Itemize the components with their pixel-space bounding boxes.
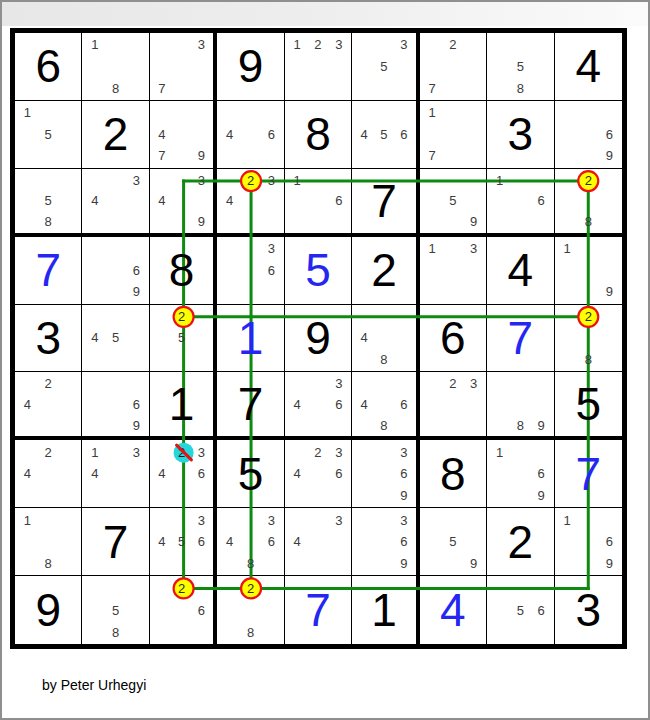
candidate-7 [557,552,578,574]
candidate-8 [105,349,126,371]
candidate-9: 9 [463,552,484,574]
candidate-grid: 25 [150,305,213,372]
candidate-3 [463,34,484,56]
cell-r1c7[interactable]: 27 [420,33,487,101]
candidate-3: 3 [328,509,349,531]
candidate-9 [126,211,147,232]
candidate-3: 3 [192,441,212,463]
cell-r2c5[interactable]: 8 [285,101,352,169]
candidate-7: 7 [422,77,443,99]
candidate-8 [308,415,329,436]
candidate-5 [578,259,599,281]
candidate-8: 8 [38,211,59,232]
cell-r2c7[interactable]: 17 [420,101,487,169]
cell-r2c8[interactable]: 3 [487,101,554,169]
candidate-4 [17,190,38,211]
candidate-1 [354,34,374,56]
candidate-6 [463,394,484,415]
candidate-8 [510,485,531,507]
cell-r2c4[interactable]: 46 [217,101,284,169]
cell-r7c3[interactable]: 2346 [150,440,217,508]
candidate-5 [308,531,329,553]
candidate-8: 8 [38,552,59,574]
candidate-5 [240,531,261,553]
candidate-6: 6 [192,463,212,485]
candidate-4 [557,327,578,349]
candidate-6: 6 [126,394,147,415]
cell-r7c6[interactable]: 369 [352,440,419,508]
cell-r6c8[interactable]: 89 [487,372,554,440]
candidate-6: 6 [394,124,414,146]
candidate-4 [219,599,240,621]
given-digit: 3 [487,101,553,168]
cell-r2c2[interactable]: 2 [82,101,149,169]
candidate-grid: 123 [285,33,351,100]
cell-r8c2[interactable]: 7 [82,508,149,576]
candidate-6 [599,259,620,281]
given-digit: 9 [217,33,283,100]
cell-r7c5[interactable]: 2346 [285,440,352,508]
candidate-4: 4 [17,394,38,415]
candidate-5: 5 [172,531,192,553]
candidate-6 [463,56,484,78]
candidate-3: 3 [394,509,414,531]
candidate-5 [105,56,126,78]
candidate-2 [374,34,394,56]
candidate-6 [531,56,552,78]
candidate-6 [126,327,147,349]
candidate-6 [328,531,349,553]
candidate-5 [172,599,192,621]
candidate-7 [287,77,308,99]
candidate-1 [354,441,374,463]
candidate-4 [287,56,308,78]
candidate-grid: 479 [150,101,213,168]
cell-r5c4[interactable]: 1 [217,305,284,373]
candidate-2 [240,238,261,260]
candidate-3 [126,34,147,56]
candidate-3 [126,577,147,599]
cell-r3c9[interactable]: 28 [555,169,622,237]
cell-r6c1[interactable]: 24 [15,372,82,440]
candidate-8 [105,281,126,303]
sudoku-board[interactable]: 6183791233527584152479468456173695834349… [10,28,627,649]
candidate-7 [84,77,105,99]
cell-r5c6[interactable]: 48 [352,305,419,373]
candidate-3 [463,102,484,124]
cell-r3c4[interactable]: 234 [217,169,284,237]
candidate-grid: 34 [82,169,148,233]
candidate-7 [422,211,443,232]
candidate-9 [394,415,414,436]
cell-r4c6[interactable]: 2 [352,237,419,305]
candidate-4 [557,259,578,281]
cell-r6c7[interactable]: 23 [420,372,487,440]
candidate-grid: 456 [352,101,415,168]
cell-r4c3[interactable]: 8 [150,237,217,305]
candidate-7 [17,415,38,436]
cell-r3c5[interactable]: 16 [285,169,352,237]
candidate-5 [172,56,192,78]
candidate-6 [59,463,80,485]
cell-r8c7[interactable]: 59 [420,508,487,576]
candidate-2 [172,509,192,531]
cell-r8c9[interactable]: 169 [555,508,622,576]
candidate-grid: 69 [82,372,148,436]
candidate-grid: 234 [217,169,283,233]
candidate-9 [463,415,484,436]
candidate-4 [354,463,374,485]
candidate-2 [510,577,531,599]
cell-r6c3[interactable]: 1 [150,372,217,440]
candidate-3 [463,170,484,191]
candidate-6 [328,56,349,78]
candidate-8 [374,485,394,507]
candidate-grid: 18 [15,508,81,575]
candidate-7 [219,621,240,643]
candidate-6 [192,327,212,349]
candidate-8 [240,281,261,303]
cell-r8c5[interactable]: 34 [285,508,352,576]
candidate-2: 2 [578,170,599,191]
candidate-9 [59,552,80,574]
candidate-8 [442,552,463,574]
cell-r2c3[interactable]: 479 [150,101,217,169]
candidate-7 [84,485,105,507]
candidate-grid: 59 [420,169,486,233]
cell-r7c2[interactable]: 134 [82,440,149,508]
candidate-5 [105,259,126,281]
cell-r4c9[interactable]: 19 [555,237,622,305]
candidate-grid: 23 [420,372,486,436]
candidate-3 [59,441,80,463]
given-digit: 3 [15,305,81,372]
candidate-grid: 3456 [150,508,213,575]
cell-r3c2[interactable]: 34 [82,169,149,237]
candidate-5 [240,124,261,146]
candidate-1 [354,373,374,394]
cell-r1c8[interactable]: 58 [487,33,554,101]
cell-r9c7[interactable]: 4 [420,576,487,644]
candidate-5 [374,463,394,485]
candidate-1 [422,509,443,531]
candidate-7: 7 [152,145,172,167]
candidate-9 [463,77,484,99]
candidate-1: 1 [489,441,510,463]
cell-r1c9[interactable]: 4 [555,33,622,101]
candidate-2 [374,509,394,531]
cell-r7c1[interactable]: 24 [15,440,82,508]
cell-r4c8[interactable]: 4 [487,237,554,305]
candidate-2 [38,102,59,124]
candidate-4 [422,531,443,553]
candidate-4 [354,56,374,78]
candidate-9 [261,621,282,643]
candidate-5 [578,124,599,146]
candidate-2 [510,170,531,191]
candidate-3 [463,509,484,531]
candidate-5 [510,463,531,485]
cell-r6c9[interactable]: 5 [555,372,622,440]
candidate-8 [442,415,463,436]
candidate-grid: 34 [285,508,351,575]
candidate-5 [172,463,192,485]
candidate-grid: 28 [555,305,622,372]
candidate-8 [308,552,329,574]
cell-r3c8[interactable]: 16 [487,169,554,237]
candidate-9 [463,145,484,167]
cell-r1c4[interactable]: 9 [217,33,284,101]
cell-r9c4[interactable]: 28 [217,576,284,644]
candidate-6 [599,327,620,349]
candidate-grid: 69 [555,101,622,168]
candidate-8 [38,415,59,436]
cell-r6c4[interactable]: 7 [217,372,284,440]
cell-r4c7[interactable]: 13 [420,237,487,305]
candidate-2 [308,509,329,531]
candidate-6: 6 [599,531,620,553]
candidate-2 [442,170,463,191]
candidate-2 [374,102,394,124]
candidate-9 [328,485,349,507]
candidate-3: 3 [192,34,212,56]
cell-r4c5[interactable]: 5 [285,237,352,305]
given-digit: 7 [82,508,148,575]
candidate-1 [84,170,105,191]
candidate-2 [442,238,463,260]
candidate-grid: 59 [420,508,486,575]
cell-r5c2[interactable]: 45 [82,305,149,373]
candidate-2 [442,509,463,531]
candidate-8 [374,552,394,574]
candidate-9 [531,77,552,99]
cell-r4c2[interactable]: 69 [82,237,149,305]
candidate-4: 4 [152,190,172,211]
candidate-6 [599,190,620,211]
candidate-2 [374,373,394,394]
candidate-4: 4 [219,190,240,211]
candidate-7 [422,415,443,436]
candidate-2: 2 [308,441,329,463]
candidate-9 [328,77,349,99]
cell-r1c6[interactable]: 35 [352,33,419,101]
candidate-8 [510,621,531,643]
candidate-4 [422,259,443,281]
given-digit: 8 [285,101,351,168]
cell-r7c9[interactable]: 7 [555,440,622,508]
candidate-2 [38,509,59,531]
cell-r8c8[interactable]: 2 [487,508,554,576]
cell-r1c2[interactable]: 18 [82,33,149,101]
candidate-5: 5 [442,190,463,211]
candidate-3 [328,170,349,191]
cell-r3c7[interactable]: 59 [420,169,487,237]
candidate-9 [192,349,212,371]
cell-r6c2[interactable]: 69 [82,372,149,440]
candidate-9 [59,145,80,167]
candidate-9 [328,552,349,574]
cell-r8c6[interactable]: 369 [352,508,419,576]
cell-contents: 6183791233527584152479468456173695834349… [15,33,622,644]
candidate-5 [38,463,59,485]
candidate-7 [354,349,374,371]
cell-r5c5[interactable]: 9 [285,305,352,373]
candidate-9 [59,415,80,436]
cell-r1c3[interactable]: 37 [150,33,217,101]
candidate-7 [17,485,38,507]
candidate-8: 8 [105,621,126,643]
candidate-4 [489,463,510,485]
candidate-2 [510,34,531,56]
candidate-8 [105,485,126,507]
cell-r4c4[interactable]: 36 [217,237,284,305]
candidate-grid: 37 [150,33,213,100]
candidate-1 [152,441,172,463]
cell-r5c3[interactable]: 25 [150,305,217,373]
cell-r1c5[interactable]: 123 [285,33,352,101]
candidate-5 [578,531,599,553]
candidate-4 [84,259,105,281]
cell-r5c8[interactable]: 7 [487,305,554,373]
cell-r9c1[interactable]: 9 [15,576,82,644]
candidate-3 [531,170,552,191]
solved-digit: 7 [487,305,553,372]
given-digit: 2 [82,101,148,168]
candidate-6 [59,531,80,553]
cell-r9c9[interactable]: 3 [555,576,622,644]
candidate-9 [126,77,147,99]
candidate-3 [599,102,620,124]
candidate-8 [442,281,463,303]
candidate-2 [105,306,126,328]
candidate-1 [354,306,374,328]
cell-r9c6[interactable]: 1 [352,576,419,644]
candidate-1 [422,170,443,191]
candidate-grid: 468 [352,372,415,436]
cell-r8c4[interactable]: 3468 [217,508,284,576]
cell-r9c2[interactable]: 58 [82,576,149,644]
candidate-6 [126,190,147,211]
candidate-1 [557,170,578,191]
cell-r7c7[interactable]: 8 [420,440,487,508]
cell-r8c1[interactable]: 18 [15,508,82,576]
candidate-4 [17,531,38,553]
given-digit: 1 [150,372,213,436]
cell-r6c5[interactable]: 346 [285,372,352,440]
candidate-8: 8 [240,621,261,643]
app-window: 6183791233527584152479468456173695834349… [0,0,650,720]
cell-r6c6[interactable]: 468 [352,372,419,440]
candidate-grid: 169 [487,440,553,507]
candidate-2 [105,577,126,599]
candidate-5 [172,124,192,146]
given-digit: 1 [352,576,415,644]
candidate-2: 2 [38,441,59,463]
candidate-4: 4 [287,463,308,485]
cell-r7c4[interactable]: 5 [217,440,284,508]
candidate-4: 4 [219,124,240,146]
cell-r7c8[interactable]: 169 [487,440,554,508]
candidate-6 [126,463,147,485]
candidate-5 [308,394,329,415]
candidate-1: 1 [287,170,308,191]
candidate-2: 2 [172,306,192,328]
candidate-2 [105,238,126,260]
candidate-8: 8 [510,415,531,436]
candidate-9 [463,281,484,303]
candidate-3: 3 [261,509,282,531]
given-digit: 5 [217,440,283,507]
candidate-2 [172,170,192,191]
candidate-1 [152,102,172,124]
candidate-9 [328,211,349,232]
candidate-3: 3 [261,170,282,191]
cell-r9c3[interactable]: 26 [150,576,217,644]
candidate-7 [17,211,38,232]
candidate-9 [261,211,282,232]
candidate-4 [84,56,105,78]
candidate-2 [172,102,192,124]
candidate-grid: 24 [15,372,81,436]
cell-r8c3[interactable]: 3456 [150,508,217,576]
cell-r3c3[interactable]: 349 [150,169,217,237]
candidate-8: 8 [374,415,394,436]
cell-r3c6[interactable]: 7 [352,169,419,237]
candidate-5: 5 [374,124,394,146]
candidate-2 [172,34,192,56]
candidate-1 [219,238,240,260]
candidate-6: 6 [328,394,349,415]
candidate-2: 2 [308,34,329,56]
candidate-3: 3 [328,373,349,394]
candidate-3 [192,102,212,124]
cell-r1c1[interactable]: 6 [15,33,82,101]
cell-r2c9[interactable]: 69 [555,101,622,169]
solved-digit: 4 [420,576,486,644]
candidate-5 [374,394,394,415]
candidate-9: 9 [126,415,147,436]
candidate-7 [219,211,240,232]
candidate-5 [442,259,463,281]
candidate-1: 1 [17,102,38,124]
candidate-5: 5 [374,56,394,78]
candidate-8: 8 [105,77,126,99]
cell-r9c8[interactable]: 56 [487,576,554,644]
candidate-1 [422,373,443,394]
candidate-1: 1 [422,238,443,260]
candidate-1 [219,577,240,599]
cell-r4c1[interactable]: 7 [15,237,82,305]
cell-r5c7[interactable]: 6 [420,305,487,373]
cell-r2c1[interactable]: 15 [15,101,82,169]
candidate-9: 9 [463,211,484,232]
candidate-1 [17,170,38,191]
candidate-3 [192,577,212,599]
candidate-6 [394,56,414,78]
candidate-6 [394,327,414,349]
cell-r2c6[interactable]: 456 [352,101,419,169]
solved-digit: 7 [285,576,351,644]
candidate-8 [374,145,394,167]
cell-r9c5[interactable]: 7 [285,576,352,644]
cell-r5c9[interactable]: 28 [555,305,622,373]
candidate-3: 3 [328,34,349,56]
cell-r3c1[interactable]: 58 [15,169,82,237]
candidate-grid: 346 [285,372,351,436]
candidate-9: 9 [599,552,620,574]
cell-r5c1[interactable]: 3 [15,305,82,373]
candidate-1 [17,441,38,463]
